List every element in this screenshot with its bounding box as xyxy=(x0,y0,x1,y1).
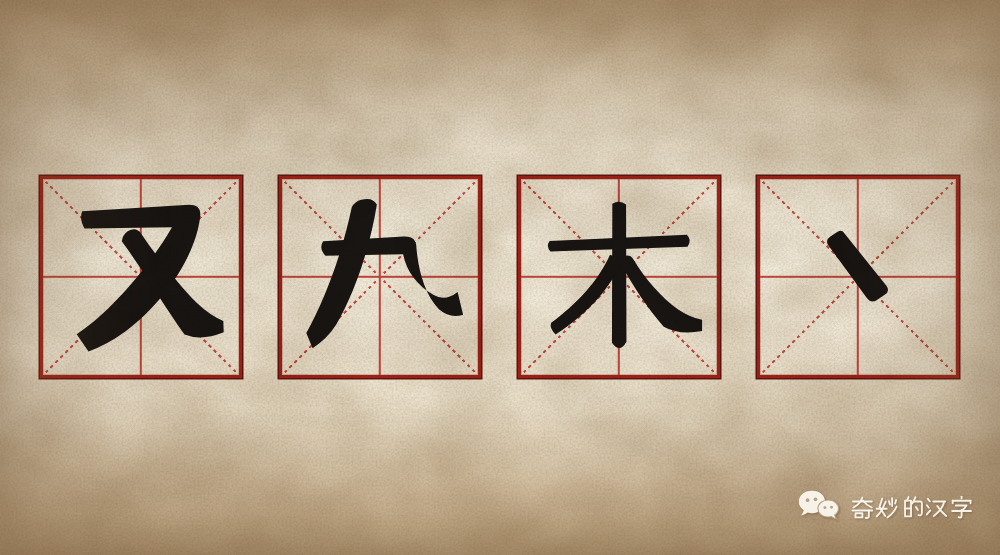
mizige-cell-2: 九 xyxy=(279,176,481,378)
watermark-char-han xyxy=(927,498,946,515)
watermark-char-de xyxy=(905,497,922,516)
character-glyph-4: 丶 xyxy=(760,179,956,375)
character-cells-row: 又 九 木 xyxy=(40,176,959,378)
character-glyph-1: 又 xyxy=(43,179,239,375)
watermark: 奇妙的汉字 xyxy=(797,489,974,525)
watermark-char-miao xyxy=(877,498,897,517)
watermark-char-qi xyxy=(852,497,872,517)
mizige-cell-4: 丶 xyxy=(757,176,959,378)
character-glyph-2: 九 xyxy=(282,179,478,375)
mizige-cell-1: 又 xyxy=(40,176,242,378)
wechat-icon xyxy=(797,489,841,525)
watermark-text: 奇妙的汉字 xyxy=(850,495,974,520)
watermark-char-zi xyxy=(952,496,971,517)
mizige-cell-3: 木 xyxy=(518,176,720,378)
character-glyph-3: 木 xyxy=(521,179,717,375)
parchment-stage: 又 九 木 xyxy=(0,0,1000,555)
